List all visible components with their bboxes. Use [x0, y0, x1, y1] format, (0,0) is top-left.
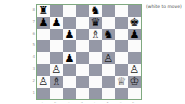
square-b6: [50, 29, 63, 41]
white-pawn-h3: ♙: [130, 64, 140, 75]
square-e5: [89, 40, 102, 52]
square-a1: [37, 88, 50, 100]
square-c8: [63, 5, 76, 17]
square-b2: ♗: [50, 76, 63, 88]
chess-board: ♜♞♟♟♛♚♟♗♞♟♟♙♙♙♙♗♕♔: [36, 4, 142, 100]
rank-labels: 87654321: [31, 4, 35, 100]
square-f5: [102, 40, 115, 52]
square-c7: [63, 17, 76, 29]
square-e7: ♛: [89, 17, 102, 29]
black-knight-f6: ♞: [104, 29, 114, 40]
file-label-c: c: [62, 101, 75, 104]
square-b5: [50, 40, 63, 52]
square-d2: [76, 76, 89, 88]
board-wrap: 87654321 ♜♞♟♟♛♚♟♗♞♟♟♙♙♙♙♗♕♔ abcdefgh: [36, 4, 142, 100]
square-h5: [128, 40, 141, 52]
square-d5: [76, 40, 89, 52]
file-label-b: b: [49, 101, 62, 104]
square-h3: ♙: [128, 64, 141, 76]
square-g4: [115, 52, 128, 64]
file-labels: abcdefgh: [36, 101, 140, 104]
square-d8: [76, 5, 89, 17]
square-g8: [115, 5, 128, 17]
black-pawn-c4: ♟: [65, 52, 75, 63]
square-c4: ♟: [63, 52, 76, 64]
file-label-f: f: [101, 101, 114, 104]
square-g7: [115, 17, 128, 29]
square-a5: [37, 40, 50, 52]
square-g5: [115, 40, 128, 52]
file-label-h: h: [127, 101, 140, 104]
square-b4: [50, 52, 63, 64]
square-e1: [89, 88, 102, 100]
square-f7: [102, 17, 115, 29]
square-c5: [63, 40, 76, 52]
white-bishop-b2: ♗: [52, 76, 62, 87]
square-d1: [76, 88, 89, 100]
square-d4: [76, 52, 89, 64]
square-c2: [63, 76, 76, 88]
square-e3: [89, 64, 102, 76]
square-h1: [128, 88, 141, 100]
square-b7: ♟: [50, 17, 63, 29]
square-h7: ♚: [128, 17, 141, 29]
white-pawn-a2: ♙: [39, 76, 49, 87]
file-label-g: g: [114, 101, 127, 104]
white-king-h2: ♔: [130, 76, 140, 87]
black-pawn-c6: ♟: [65, 29, 75, 40]
rank-label-8: 8: [31, 4, 35, 16]
chess-diagram: 87654321 ♜♞♟♟♛♚♟♗♞♟♟♙♙♙♙♗♕♔ abcdefgh (wh…: [0, 0, 185, 103]
white-queen-g2: ♕: [117, 76, 127, 87]
square-a7: ♟: [37, 17, 50, 29]
black-queen-e7: ♛: [91, 17, 101, 28]
rank-label-2: 2: [31, 75, 35, 87]
square-e6: ♗: [89, 29, 102, 41]
square-d3: [76, 64, 89, 76]
square-f4: ♙: [102, 52, 115, 64]
square-b1: [50, 88, 63, 100]
square-f6: ♞: [102, 29, 115, 41]
square-e4: [89, 52, 102, 64]
square-c3: [63, 64, 76, 76]
square-a6: [37, 29, 50, 41]
black-king-h7: ♚: [130, 17, 140, 28]
white-bishop-e6: ♗: [91, 29, 101, 40]
square-h2: ♔: [128, 76, 141, 88]
file-label-a: a: [36, 101, 49, 104]
square-e2: [89, 76, 102, 88]
square-d6: [76, 29, 89, 41]
square-g1: [115, 88, 128, 100]
square-g3: [115, 64, 128, 76]
square-c1: [63, 88, 76, 100]
square-d7: [76, 17, 89, 29]
rank-label-5: 5: [31, 39, 35, 51]
black-pawn-h6: ♟: [130, 29, 140, 40]
square-h6: ♟: [128, 29, 141, 41]
white-pawn-f4: ♙: [104, 52, 114, 63]
square-a4: [37, 52, 50, 64]
square-a8: ♜: [37, 5, 50, 17]
rank-label-1: 1: [31, 87, 35, 99]
black-pawn-a7: ♟: [39, 17, 49, 28]
square-b3: ♙: [50, 64, 63, 76]
square-h4: [128, 52, 141, 64]
square-b8: [50, 5, 63, 17]
black-rook-a8: ♜: [39, 5, 49, 16]
rank-label-7: 7: [31, 16, 35, 28]
side-to-move-label: (white to move): [146, 4, 182, 9]
square-f2: [102, 76, 115, 88]
black-pawn-b7: ♟: [52, 17, 62, 28]
square-f3: [102, 64, 115, 76]
rank-label-3: 3: [31, 63, 35, 75]
square-c6: ♟: [63, 29, 76, 41]
square-h8: [128, 5, 141, 17]
file-label-d: d: [75, 101, 88, 104]
square-g6: [115, 29, 128, 41]
square-f1: [102, 88, 115, 100]
white-pawn-b3: ♙: [52, 64, 62, 75]
square-e8: ♞: [89, 5, 102, 17]
square-g2: ♕: [115, 76, 128, 88]
black-knight-e8: ♞: [91, 5, 101, 16]
square-a2: ♙: [37, 76, 50, 88]
rank-label-4: 4: [31, 51, 35, 63]
square-f8: [102, 5, 115, 17]
rank-label-6: 6: [31, 28, 35, 40]
file-label-e: e: [88, 101, 101, 104]
square-a3: [37, 64, 50, 76]
